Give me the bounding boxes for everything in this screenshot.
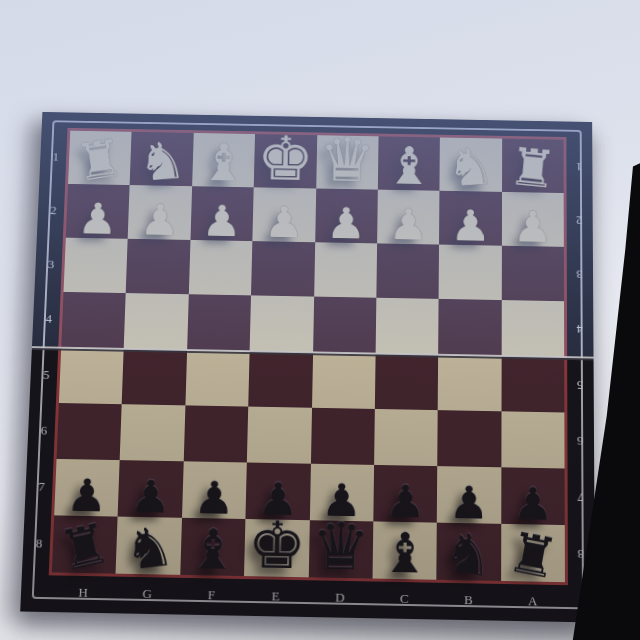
rank-label-left-5: 5 xyxy=(32,347,60,403)
square-d5[interactable] xyxy=(312,352,376,409)
square-c3[interactable] xyxy=(376,244,439,300)
black-bishop: ♝ xyxy=(187,522,238,578)
rank-label-right-3: 3 xyxy=(567,247,592,302)
white-rook: ♜ xyxy=(72,132,127,190)
square-h4[interactable] xyxy=(61,292,126,348)
white-pawn: ♟ xyxy=(264,201,305,244)
square-d2[interactable]: ♟ xyxy=(315,189,378,244)
square-f6[interactable] xyxy=(183,405,248,462)
rank-label-right-5: 5 xyxy=(567,357,593,413)
file-label-a: A xyxy=(501,591,565,612)
square-d7[interactable]: ♟ xyxy=(309,463,374,521)
square-b1[interactable]: ♞ xyxy=(440,137,502,192)
square-e6[interactable] xyxy=(247,406,312,463)
white-bishop: ♝ xyxy=(385,140,434,192)
square-b2[interactable]: ♟ xyxy=(439,191,501,246)
square-a8[interactable]: ♜ xyxy=(501,524,565,582)
black-king: ♚ xyxy=(247,513,307,579)
square-c7[interactable]: ♟ xyxy=(373,465,437,523)
square-h7[interactable]: ♟ xyxy=(54,459,120,517)
rank-label-left-4: 4 xyxy=(35,292,63,347)
square-a1[interactable]: ♜ xyxy=(502,139,564,194)
black-pawn: ♟ xyxy=(66,473,109,519)
file-label-c: C xyxy=(372,588,436,609)
square-f1[interactable]: ♝ xyxy=(192,133,255,187)
square-h5[interactable] xyxy=(59,347,124,404)
square-h2[interactable]: ♟ xyxy=(66,184,130,239)
rank-label-right-2: 2 xyxy=(567,193,592,247)
file-label-g: G xyxy=(115,584,180,605)
white-pawn: ♟ xyxy=(201,200,242,243)
square-f5[interactable] xyxy=(185,350,250,407)
square-f7[interactable]: ♟ xyxy=(182,461,247,519)
file-label-d: D xyxy=(308,587,373,608)
black-queen: ♛ xyxy=(311,514,371,580)
square-g3[interactable] xyxy=(126,239,190,295)
white-knight: ♞ xyxy=(136,134,188,189)
white-pawn: ♟ xyxy=(450,204,490,247)
square-b6[interactable] xyxy=(437,410,501,467)
file-label-e: E xyxy=(243,586,308,607)
square-d4[interactable] xyxy=(313,297,377,353)
square-a3[interactable] xyxy=(501,246,564,302)
black-pawn: ♟ xyxy=(257,476,299,522)
black-pawn: ♟ xyxy=(129,474,171,520)
square-f8[interactable]: ♝ xyxy=(180,518,246,576)
square-e1[interactable]: ♚ xyxy=(254,134,317,189)
square-a5[interactable] xyxy=(501,355,564,412)
square-d6[interactable] xyxy=(310,407,374,464)
square-e3[interactable] xyxy=(251,241,315,297)
rank-labels-right: 12345678 xyxy=(566,140,593,583)
square-h6[interactable] xyxy=(57,403,122,460)
square-g1[interactable]: ♞ xyxy=(130,132,194,186)
square-b7[interactable]: ♟ xyxy=(437,466,501,524)
white-pawn: ♟ xyxy=(513,205,553,248)
black-pawn: ♟ xyxy=(512,481,553,527)
square-c1[interactable]: ♝ xyxy=(378,136,440,191)
square-a4[interactable] xyxy=(501,300,564,356)
black-bishop: ♝ xyxy=(379,525,430,581)
square-d8[interactable]: ♛ xyxy=(308,520,373,578)
rank-label-right-6: 6 xyxy=(567,412,593,469)
white-pawn: ♟ xyxy=(139,198,180,241)
square-b8[interactable]: ♞ xyxy=(437,523,501,581)
rank-label-left-3: 3 xyxy=(37,237,65,292)
square-f2[interactable]: ♟ xyxy=(190,186,254,241)
white-queen: ♛ xyxy=(318,130,376,192)
rank-label-right-1: 1 xyxy=(566,140,591,194)
black-pawn: ♟ xyxy=(193,475,235,521)
square-c5[interactable] xyxy=(375,353,439,410)
rank-label-right-4: 4 xyxy=(567,302,593,357)
white-knight: ♞ xyxy=(445,140,497,195)
white-pawn: ♟ xyxy=(77,197,118,240)
square-d1[interactable]: ♛ xyxy=(316,135,379,190)
rank-label-right-8: 8 xyxy=(568,525,594,583)
white-king: ♚ xyxy=(256,129,314,191)
square-a2[interactable]: ♟ xyxy=(502,192,564,247)
black-pawn: ♟ xyxy=(385,479,426,525)
white-rook: ♜ xyxy=(506,141,559,197)
square-g2[interactable]: ♟ xyxy=(128,185,192,240)
white-bishop: ♝ xyxy=(199,137,249,189)
square-a6[interactable] xyxy=(501,411,565,468)
rank-label-right-7: 7 xyxy=(568,468,594,525)
rank-label-left-8: 8 xyxy=(25,515,53,573)
square-h8[interactable]: ♜ xyxy=(52,515,118,573)
square-e5[interactable] xyxy=(248,351,312,408)
black-pawn: ♟ xyxy=(321,477,363,523)
square-d3[interactable] xyxy=(314,242,377,298)
square-c4[interactable] xyxy=(375,298,438,354)
black-knight: ♞ xyxy=(121,518,177,579)
white-pawn: ♟ xyxy=(326,202,367,245)
square-c2[interactable]: ♟ xyxy=(377,190,440,245)
square-a7[interactable]: ♟ xyxy=(501,467,565,525)
square-e4[interactable] xyxy=(250,296,314,352)
square-e7[interactable]: ♟ xyxy=(246,462,311,520)
rank-label-left-2: 2 xyxy=(40,184,67,238)
square-c8[interactable]: ♝ xyxy=(372,521,437,579)
rank-label-left-6: 6 xyxy=(30,402,58,458)
file-label-b: B xyxy=(436,590,500,611)
square-c6[interactable] xyxy=(374,409,438,466)
square-e8[interactable]: ♚ xyxy=(244,519,309,577)
square-g4[interactable] xyxy=(124,293,189,349)
square-f4[interactable] xyxy=(187,295,251,351)
square-g7[interactable]: ♟ xyxy=(118,460,184,518)
square-b4[interactable] xyxy=(438,299,501,355)
square-h3[interactable] xyxy=(64,238,128,294)
black-pawn: ♟ xyxy=(448,480,489,526)
square-g8[interactable]: ♞ xyxy=(116,516,182,574)
square-b3[interactable] xyxy=(439,245,502,301)
photo-scene: ♜♞♝♚♛♝♞♜♟♟♟♟♟♟♟♟♟♟♟♟♟♟♟♟♜♞♝♚♛♝♞♜ 1234567… xyxy=(0,0,640,640)
file-label-h: H xyxy=(51,582,116,603)
chessboard: ♜♞♝♚♛♝♞♜♟♟♟♟♟♟♟♟♟♟♟♟♟♟♟♟♜♞♝♚♛♝♞♜ 1234567… xyxy=(20,112,595,623)
square-g5[interactable] xyxy=(122,348,187,405)
square-g6[interactable] xyxy=(120,404,185,461)
white-pawn: ♟ xyxy=(388,203,428,246)
square-b5[interactable] xyxy=(438,354,501,411)
rank-label-left-7: 7 xyxy=(27,458,55,515)
black-rook: ♜ xyxy=(503,524,562,588)
square-f3[interactable] xyxy=(189,240,253,296)
file-label-f: F xyxy=(179,585,244,606)
rank-label-left-1: 1 xyxy=(42,130,69,184)
square-e2[interactable]: ♟ xyxy=(252,187,315,242)
file-labels-bottom: HGFEDCBA xyxy=(51,582,565,612)
black-knight: ♞ xyxy=(441,524,497,585)
square-h1[interactable]: ♜ xyxy=(68,131,132,185)
black-rook: ♜ xyxy=(55,515,115,580)
